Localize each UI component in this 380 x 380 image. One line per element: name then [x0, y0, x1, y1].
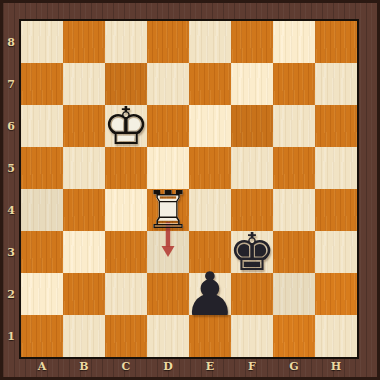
square-a3[interactable] — [21, 231, 63, 273]
square-b6[interactable] — [63, 105, 105, 147]
white-rook-glyph: ♖ — [147, 189, 189, 231]
rank-label-6: 6 — [3, 105, 19, 147]
square-e4[interactable] — [189, 189, 231, 231]
square-f8[interactable] — [231, 21, 273, 63]
rank-label-8: 8 — [3, 21, 19, 63]
square-g4[interactable] — [273, 189, 315, 231]
square-g3[interactable] — [273, 231, 315, 273]
file-label-e: E — [189, 357, 231, 375]
square-f5[interactable] — [231, 147, 273, 189]
file-label-h: H — [315, 357, 357, 375]
square-a6[interactable] — [21, 105, 63, 147]
piece-white-king-c6[interactable]: ♚♔ — [105, 105, 147, 147]
square-a7[interactable] — [21, 63, 63, 105]
square-a4[interactable] — [21, 189, 63, 231]
square-f1[interactable] — [231, 315, 273, 357]
square-c4[interactable] — [105, 189, 147, 231]
square-e8[interactable] — [189, 21, 231, 63]
square-g6[interactable] — [273, 105, 315, 147]
square-b7[interactable] — [63, 63, 105, 105]
square-h8[interactable] — [315, 21, 357, 63]
square-b1[interactable] — [63, 315, 105, 357]
chessboard-frame: 87654321 ABCDEFGH ♚♔♜♖♚♟ — [0, 0, 380, 380]
square-a2[interactable] — [21, 273, 63, 315]
file-label-g: G — [273, 357, 315, 375]
square-g5[interactable] — [273, 147, 315, 189]
rank-label-7: 7 — [3, 63, 19, 105]
rank-label-3: 3 — [3, 231, 19, 273]
file-label-c: C — [105, 357, 147, 375]
square-b3[interactable] — [63, 231, 105, 273]
file-label-a: A — [21, 357, 63, 375]
square-h6[interactable] — [315, 105, 357, 147]
square-h4[interactable] — [315, 189, 357, 231]
rank-label-5: 5 — [3, 147, 19, 189]
square-g1[interactable] — [273, 315, 315, 357]
piece-white-rook-d4[interactable]: ♜♖ — [147, 189, 189, 231]
white-king-glyph: ♔ — [105, 105, 147, 147]
square-a1[interactable] — [21, 315, 63, 357]
square-h5[interactable] — [315, 147, 357, 189]
square-f7[interactable] — [231, 63, 273, 105]
file-label-b: B — [63, 357, 105, 375]
square-g2[interactable] — [273, 273, 315, 315]
black-pawn-glyph: ♟ — [189, 273, 231, 315]
rank-label-4: 4 — [3, 189, 19, 231]
square-g8[interactable] — [273, 21, 315, 63]
square-e7[interactable] — [189, 63, 231, 105]
square-c1[interactable] — [105, 315, 147, 357]
square-b5[interactable] — [63, 147, 105, 189]
square-e5[interactable] — [189, 147, 231, 189]
square-a5[interactable] — [21, 147, 63, 189]
rank-label-2: 2 — [3, 273, 19, 315]
square-a8[interactable] — [21, 21, 63, 63]
file-label-f: F — [231, 357, 273, 375]
piece-black-king-f3[interactable]: ♚ — [231, 231, 273, 273]
square-c2[interactable] — [105, 273, 147, 315]
square-c8[interactable] — [105, 21, 147, 63]
piece-black-pawn-e2[interactable]: ♟ — [189, 273, 231, 315]
black-king-glyph: ♚ — [231, 231, 273, 273]
square-h3[interactable] — [315, 231, 357, 273]
square-g7[interactable] — [273, 63, 315, 105]
square-h2[interactable] — [315, 273, 357, 315]
file-label-d: D — [147, 357, 189, 375]
square-d6[interactable] — [147, 105, 189, 147]
square-b2[interactable] — [63, 273, 105, 315]
square-d7[interactable] — [147, 63, 189, 105]
square-h7[interactable] — [315, 63, 357, 105]
square-b4[interactable] — [63, 189, 105, 231]
rank-label-1: 1 — [3, 315, 19, 357]
square-c3[interactable] — [105, 231, 147, 273]
square-h1[interactable] — [315, 315, 357, 357]
square-f6[interactable] — [231, 105, 273, 147]
square-b8[interactable] — [63, 21, 105, 63]
square-e6[interactable] — [189, 105, 231, 147]
square-d8[interactable] — [147, 21, 189, 63]
